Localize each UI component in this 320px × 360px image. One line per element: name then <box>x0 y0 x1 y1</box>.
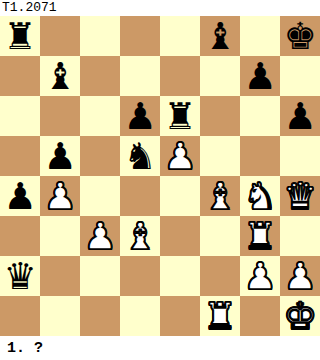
square-e6[interactable]: ♜ <box>160 96 200 136</box>
black-king: ♚ <box>280 16 320 56</box>
black-pawn: ♟ <box>280 96 320 136</box>
square-h5[interactable] <box>280 136 320 176</box>
chess-board: ♜♝♚♝♟♟♜♟♟♞♟♟♟♝♞♛♟♝♜♛♟♟♜♚ <box>0 16 320 336</box>
square-a1[interactable] <box>0 296 40 336</box>
square-g1[interactable] <box>240 296 280 336</box>
square-d6[interactable]: ♟ <box>120 96 160 136</box>
square-f8[interactable]: ♝ <box>200 16 240 56</box>
black-queen: ♛ <box>0 256 40 296</box>
square-g7[interactable]: ♟ <box>240 56 280 96</box>
square-c1[interactable] <box>80 296 120 336</box>
white-bishop: ♝ <box>120 216 160 256</box>
white-king: ♚ <box>280 296 320 336</box>
white-pawn: ♟ <box>160 136 200 176</box>
square-d7[interactable] <box>120 56 160 96</box>
square-d1[interactable] <box>120 296 160 336</box>
square-a2[interactable]: ♛ <box>0 256 40 296</box>
square-g8[interactable] <box>240 16 280 56</box>
black-pawn: ♟ <box>40 136 80 176</box>
white-pawn: ♟ <box>280 256 320 296</box>
square-c4[interactable] <box>80 176 120 216</box>
square-e7[interactable] <box>160 56 200 96</box>
square-h3[interactable] <box>280 216 320 256</box>
black-bishop: ♝ <box>200 16 240 56</box>
square-f1[interactable]: ♜ <box>200 296 240 336</box>
square-g2[interactable]: ♟ <box>240 256 280 296</box>
square-d4[interactable] <box>120 176 160 216</box>
black-rook: ♜ <box>0 16 40 56</box>
square-b2[interactable] <box>40 256 80 296</box>
square-b3[interactable] <box>40 216 80 256</box>
square-a5[interactable] <box>0 136 40 176</box>
white-queen: ♛ <box>280 176 320 216</box>
square-c3[interactable]: ♟ <box>80 216 120 256</box>
square-h4[interactable]: ♛ <box>280 176 320 216</box>
square-g4[interactable]: ♞ <box>240 176 280 216</box>
square-a6[interactable] <box>0 96 40 136</box>
square-a3[interactable] <box>0 216 40 256</box>
square-h6[interactable]: ♟ <box>280 96 320 136</box>
white-rook: ♜ <box>200 296 240 336</box>
square-c5[interactable] <box>80 136 120 176</box>
square-a7[interactable] <box>0 56 40 96</box>
square-h1[interactable]: ♚ <box>280 296 320 336</box>
square-h8[interactable]: ♚ <box>280 16 320 56</box>
square-h2[interactable]: ♟ <box>280 256 320 296</box>
puzzle-id: T1.2071 <box>0 0 320 16</box>
square-c6[interactable] <box>80 96 120 136</box>
black-rook: ♜ <box>160 96 200 136</box>
square-e8[interactable] <box>160 16 200 56</box>
square-c8[interactable] <box>80 16 120 56</box>
white-pawn: ♟ <box>80 216 120 256</box>
square-f7[interactable] <box>200 56 240 96</box>
square-e3[interactable] <box>160 216 200 256</box>
square-a8[interactable]: ♜ <box>0 16 40 56</box>
square-h7[interactable] <box>280 56 320 96</box>
white-pawn: ♟ <box>240 256 280 296</box>
square-d8[interactable] <box>120 16 160 56</box>
square-d5[interactable]: ♞ <box>120 136 160 176</box>
square-e4[interactable] <box>160 176 200 216</box>
square-b5[interactable]: ♟ <box>40 136 80 176</box>
white-knight: ♞ <box>240 176 280 216</box>
square-b6[interactable] <box>40 96 80 136</box>
square-f2[interactable] <box>200 256 240 296</box>
square-f4[interactable]: ♝ <box>200 176 240 216</box>
square-f6[interactable] <box>200 96 240 136</box>
square-g5[interactable] <box>240 136 280 176</box>
black-pawn: ♟ <box>240 56 280 96</box>
square-g3[interactable]: ♜ <box>240 216 280 256</box>
square-c7[interactable] <box>80 56 120 96</box>
white-bishop: ♝ <box>200 176 240 216</box>
square-b4[interactable]: ♟ <box>40 176 80 216</box>
square-f3[interactable] <box>200 216 240 256</box>
black-knight: ♞ <box>120 136 160 176</box>
square-b1[interactable] <box>40 296 80 336</box>
black-pawn: ♟ <box>0 176 40 216</box>
black-bishop: ♝ <box>40 56 80 96</box>
black-pawn: ♟ <box>120 96 160 136</box>
white-pawn: ♟ <box>40 176 80 216</box>
square-b8[interactable] <box>40 16 80 56</box>
white-rook: ♜ <box>240 216 280 256</box>
square-d2[interactable] <box>120 256 160 296</box>
move-prompt: 1. ? <box>0 336 320 360</box>
square-c2[interactable] <box>80 256 120 296</box>
square-a4[interactable]: ♟ <box>0 176 40 216</box>
square-f5[interactable] <box>200 136 240 176</box>
square-e1[interactable] <box>160 296 200 336</box>
square-g6[interactable] <box>240 96 280 136</box>
square-e2[interactable] <box>160 256 200 296</box>
square-b7[interactable]: ♝ <box>40 56 80 96</box>
square-e5[interactable]: ♟ <box>160 136 200 176</box>
square-d3[interactable]: ♝ <box>120 216 160 256</box>
